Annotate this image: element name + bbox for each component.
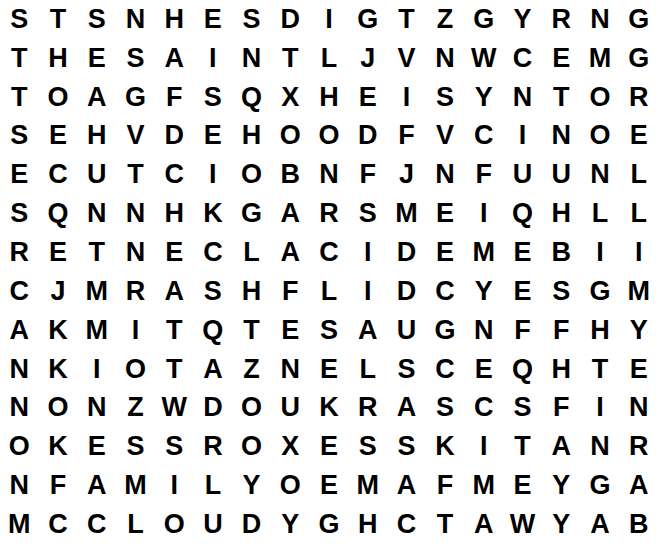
grid-cell-r4c4[interactable]: V (116, 117, 155, 156)
grid-cell-r8c7[interactable]: H (232, 272, 271, 311)
grid-cell-r7c8[interactable]: A (271, 233, 310, 272)
grid-cell-r4c1[interactable]: S (0, 117, 39, 156)
grid-cell-r13c3[interactable]: A (77, 466, 116, 505)
grid-cell-r14c10[interactable]: H (348, 505, 387, 544)
grid-cell-r6c10[interactable]: S (348, 194, 387, 233)
grid-cell-r12c11[interactable]: S (387, 427, 426, 466)
grid-cell-r13c1[interactable]: N (0, 466, 39, 505)
grid-cell-r14c8[interactable]: Y (271, 505, 310, 544)
grid-cell-r12c2[interactable]: K (39, 427, 78, 466)
grid-cell-r14c17[interactable]: B (619, 505, 658, 544)
grid-cell-r6c11[interactable]: M (387, 194, 426, 233)
grid-cell-r9c10[interactable]: A (348, 311, 387, 350)
grid-cell-r10c3[interactable]: I (77, 350, 116, 389)
grid-cell-r8c6[interactable]: S (194, 272, 233, 311)
grid-cell-r4c16[interactable]: O (581, 117, 620, 156)
grid-cell-r14c3[interactable]: C (77, 505, 116, 544)
grid-cell-r5c1[interactable]: E (0, 155, 39, 194)
grid-cell-r11c15[interactable]: F (542, 389, 581, 428)
word-search-grid: STSNHESDIGTZGYRNGTHESAINTLJVNWCEMGTOAGFS… (0, 0, 658, 544)
grid-cell-r13c16[interactable]: G (581, 466, 620, 505)
grid-cell-r10c17[interactable]: E (619, 350, 658, 389)
grid-cell-r9c14[interactable]: F (503, 311, 542, 350)
grid-cell-r7c10[interactable]: I (348, 233, 387, 272)
grid-cell-r4c10[interactable]: D (348, 117, 387, 156)
grid-cell-r6c7[interactable]: G (232, 194, 271, 233)
grid-cell-r7c4[interactable]: N (116, 233, 155, 272)
grid-cell-r8c12[interactable]: C (426, 272, 465, 311)
grid-cell-r8c10[interactable]: I (348, 272, 387, 311)
grid-cell-r14c12[interactable]: T (426, 505, 465, 544)
grid-cell-r11c16[interactable]: I (581, 389, 620, 428)
grid-cell-r14c2[interactable]: C (39, 505, 78, 544)
grid-cell-r8c4[interactable]: R (116, 272, 155, 311)
grid-cell-r8c16[interactable]: G (581, 272, 620, 311)
grid-cell-r13c9[interactable]: E (310, 466, 349, 505)
grid-cell-r11c8[interactable]: U (271, 389, 310, 428)
grid-cell-r13c12[interactable]: F (426, 466, 465, 505)
grid-cell-r7c6[interactable]: C (194, 233, 233, 272)
grid-cell-r4c17[interactable]: E (619, 117, 658, 156)
grid-cell-r13c7[interactable]: Y (232, 466, 271, 505)
grid-cell-r10c15[interactable]: H (542, 350, 581, 389)
grid-cell-r5c17[interactable]: L (619, 155, 658, 194)
grid-cell-r9c6[interactable]: Q (194, 311, 233, 350)
grid-cell-r5c15[interactable]: U (542, 155, 581, 194)
grid-cell-r11c3[interactable]: N (77, 389, 116, 428)
grid-cell-r3c11[interactable]: I (387, 78, 426, 117)
grid-cell-r10c1[interactable]: N (0, 350, 39, 389)
grid-cell-r11c13[interactable]: C (464, 389, 503, 428)
grid-cell-r12c4[interactable]: S (116, 427, 155, 466)
grid-cell-r2c1[interactable]: T (0, 39, 39, 78)
grid-cell-r7c1[interactable]: R (0, 233, 39, 272)
grid-cell-r12c1[interactable]: O (0, 427, 39, 466)
grid-cell-r8c17[interactable]: M (619, 272, 658, 311)
grid-cell-r13c5[interactable]: I (155, 466, 194, 505)
grid-cell-r6c15[interactable]: H (542, 194, 581, 233)
grid-cell-r9c9[interactable]: S (310, 311, 349, 350)
grid-cell-r11c10[interactable]: R (348, 389, 387, 428)
grid-cell-r1c3[interactable]: S (77, 0, 116, 39)
grid-cell-r14c1[interactable]: M (0, 505, 39, 544)
grid-cell-r6c1[interactable]: S (0, 194, 39, 233)
grid-cell-r3c8[interactable]: X (271, 78, 310, 117)
grid-cell-r2c14[interactable]: C (503, 39, 542, 78)
grid-cell-r2c15[interactable]: E (542, 39, 581, 78)
grid-cell-r12c7[interactable]: O (232, 427, 271, 466)
grid-cell-r9c2[interactable]: K (39, 311, 78, 350)
grid-cell-r3c9[interactable]: H (310, 78, 349, 117)
grid-cell-r14c5[interactable]: O (155, 505, 194, 544)
grid-cell-r2c11[interactable]: V (387, 39, 426, 78)
grid-cell-r13c4[interactable]: M (116, 466, 155, 505)
grid-cell-r10c16[interactable]: T (581, 350, 620, 389)
grid-cell-r4c12[interactable]: V (426, 117, 465, 156)
grid-cell-r4c6[interactable]: E (194, 117, 233, 156)
grid-cell-r3c3[interactable]: A (77, 78, 116, 117)
grid-cell-r3c7[interactable]: Q (232, 78, 271, 117)
grid-cell-r12c17[interactable]: R (619, 427, 658, 466)
grid-cell-r11c12[interactable]: S (426, 389, 465, 428)
grid-cell-r7c15[interactable]: B (542, 233, 581, 272)
grid-cell-r5c13[interactable]: F (464, 155, 503, 194)
grid-cell-r6c12[interactable]: E (426, 194, 465, 233)
grid-cell-r3c13[interactable]: Y (464, 78, 503, 117)
grid-cell-r9c3[interactable]: M (77, 311, 116, 350)
grid-cell-r3c15[interactable]: T (542, 78, 581, 117)
grid-cell-r10c10[interactable]: L (348, 350, 387, 389)
grid-cell-r2c10[interactable]: J (348, 39, 387, 78)
grid-cell-r7c17[interactable]: I (619, 233, 658, 272)
grid-cell-r13c17[interactable]: A (619, 466, 658, 505)
grid-cell-r6c4[interactable]: N (116, 194, 155, 233)
grid-cell-r2c7[interactable]: N (232, 39, 271, 78)
grid-cell-r10c14[interactable]: Q (503, 350, 542, 389)
grid-cell-r11c9[interactable]: K (310, 389, 349, 428)
grid-cell-r14c13[interactable]: A (464, 505, 503, 544)
grid-cell-r13c10[interactable]: M (348, 466, 387, 505)
grid-cell-r11c5[interactable]: W (155, 389, 194, 428)
grid-cell-r1c6[interactable]: E (194, 0, 233, 39)
grid-cell-r2c13[interactable]: W (464, 39, 503, 78)
grid-cell-r14c16[interactable]: A (581, 505, 620, 544)
grid-cell-r2c5[interactable]: A (155, 39, 194, 78)
grid-cell-r3c1[interactable]: T (0, 78, 39, 117)
grid-cell-r13c8[interactable]: O (271, 466, 310, 505)
grid-cell-r7c16[interactable]: I (581, 233, 620, 272)
grid-cell-r1c12[interactable]: Z (426, 0, 465, 39)
grid-cell-r4c14[interactable]: I (503, 117, 542, 156)
grid-cell-r13c14[interactable]: E (503, 466, 542, 505)
grid-cell-r2c12[interactable]: N (426, 39, 465, 78)
grid-cell-r6c5[interactable]: H (155, 194, 194, 233)
grid-cell-r5c8[interactable]: B (271, 155, 310, 194)
grid-cell-r5c14[interactable]: U (503, 155, 542, 194)
grid-cell-r4c15[interactable]: N (542, 117, 581, 156)
grid-cell-r5c3[interactable]: U (77, 155, 116, 194)
grid-cell-r12c9[interactable]: E (310, 427, 349, 466)
grid-cell-r10c5[interactable]: T (155, 350, 194, 389)
grid-cell-r6c3[interactable]: N (77, 194, 116, 233)
grid-cell-r1c15[interactable]: R (542, 0, 581, 39)
grid-cell-r5c7[interactable]: O (232, 155, 271, 194)
grid-cell-r2c9[interactable]: L (310, 39, 349, 78)
grid-cell-r9c8[interactable]: E (271, 311, 310, 350)
grid-cell-r10c12[interactable]: C (426, 350, 465, 389)
grid-cell-r1c2[interactable]: T (39, 0, 78, 39)
grid-cell-r11c1[interactable]: N (0, 389, 39, 428)
grid-cell-r9c4[interactable]: I (116, 311, 155, 350)
grid-cell-r13c2[interactable]: F (39, 466, 78, 505)
grid-cell-r4c11[interactable]: F (387, 117, 426, 156)
grid-cell-r13c15[interactable]: Y (542, 466, 581, 505)
grid-cell-r4c3[interactable]: H (77, 117, 116, 156)
grid-cell-r8c1[interactable]: C (0, 272, 39, 311)
grid-cell-r4c13[interactable]: C (464, 117, 503, 156)
grid-cell-r8c14[interactable]: E (503, 272, 542, 311)
grid-cell-r11c7[interactable]: O (232, 389, 271, 428)
grid-cell-r1c7[interactable]: S (232, 0, 271, 39)
grid-cell-r14c14[interactable]: W (503, 505, 542, 544)
grid-cell-r14c7[interactable]: D (232, 505, 271, 544)
grid-cell-r3c2[interactable]: O (39, 78, 78, 117)
grid-cell-r3c12[interactable]: S (426, 78, 465, 117)
grid-cell-r12c6[interactable]: R (194, 427, 233, 466)
grid-cell-r9c16[interactable]: H (581, 311, 620, 350)
grid-cell-r10c9[interactable]: E (310, 350, 349, 389)
grid-cell-r8c2[interactable]: J (39, 272, 78, 311)
grid-cell-r9c15[interactable]: F (542, 311, 581, 350)
grid-cell-r9c12[interactable]: G (426, 311, 465, 350)
grid-cell-r7c5[interactable]: E (155, 233, 194, 272)
grid-cell-r3c5[interactable]: F (155, 78, 194, 117)
grid-cell-r11c14[interactable]: S (503, 389, 542, 428)
grid-cell-r1c11[interactable]: T (387, 0, 426, 39)
grid-cell-r1c13[interactable]: G (464, 0, 503, 39)
grid-cell-r1c4[interactable]: N (116, 0, 155, 39)
grid-cell-r7c13[interactable]: M (464, 233, 503, 272)
grid-cell-r5c16[interactable]: N (581, 155, 620, 194)
grid-cell-r12c3[interactable]: E (77, 427, 116, 466)
grid-cell-r12c13[interactable]: I (464, 427, 503, 466)
grid-cell-r14c4[interactable]: L (116, 505, 155, 544)
grid-cell-r11c2[interactable]: O (39, 389, 78, 428)
grid-cell-r6c9[interactable]: R (310, 194, 349, 233)
grid-cell-r13c13[interactable]: M (464, 466, 503, 505)
grid-cell-r6c8[interactable]: A (271, 194, 310, 233)
grid-cell-r14c15[interactable]: Y (542, 505, 581, 544)
grid-cell-r5c9[interactable]: N (310, 155, 349, 194)
grid-cell-r6c13[interactable]: I (464, 194, 503, 233)
grid-cell-r1c5[interactable]: H (155, 0, 194, 39)
grid-cell-r2c3[interactable]: E (77, 39, 116, 78)
grid-cell-r5c6[interactable]: I (194, 155, 233, 194)
grid-cell-r13c6[interactable]: L (194, 466, 233, 505)
grid-cell-r10c8[interactable]: N (271, 350, 310, 389)
grid-cell-r9c13[interactable]: N (464, 311, 503, 350)
grid-cell-r8c5[interactable]: A (155, 272, 194, 311)
grid-cell-r1c8[interactable]: D (271, 0, 310, 39)
grid-cell-r8c11[interactable]: D (387, 272, 426, 311)
grid-cell-r7c14[interactable]: E (503, 233, 542, 272)
grid-cell-r3c6[interactable]: S (194, 78, 233, 117)
grid-cell-r4c5[interactable]: D (155, 117, 194, 156)
grid-cell-r4c9[interactable]: O (310, 117, 349, 156)
grid-cell-r1c17[interactable]: G (619, 0, 658, 39)
grid-cell-r11c4[interactable]: Z (116, 389, 155, 428)
grid-cell-r7c7[interactable]: L (232, 233, 271, 272)
grid-cell-r12c8[interactable]: X (271, 427, 310, 466)
grid-cell-r10c6[interactable]: A (194, 350, 233, 389)
grid-cell-r1c1[interactable]: S (0, 0, 39, 39)
grid-cell-r4c8[interactable]: O (271, 117, 310, 156)
grid-cell-r2c16[interactable]: M (581, 39, 620, 78)
grid-cell-r8c15[interactable]: S (542, 272, 581, 311)
grid-cell-r6c17[interactable]: L (619, 194, 658, 233)
grid-cell-r9c1[interactable]: A (0, 311, 39, 350)
grid-cell-r14c6[interactable]: U (194, 505, 233, 544)
grid-cell-r8c3[interactable]: M (77, 272, 116, 311)
grid-cell-r13c11[interactable]: A (387, 466, 426, 505)
grid-cell-r12c15[interactable]: A (542, 427, 581, 466)
grid-cell-r5c5[interactable]: C (155, 155, 194, 194)
grid-cell-r5c10[interactable]: F (348, 155, 387, 194)
grid-cell-r2c6[interactable]: I (194, 39, 233, 78)
grid-cell-r3c16[interactable]: O (581, 78, 620, 117)
grid-cell-r12c14[interactable]: T (503, 427, 542, 466)
grid-cell-r8c13[interactable]: Y (464, 272, 503, 311)
grid-cell-r9c5[interactable]: T (155, 311, 194, 350)
grid-cell-r11c11[interactable]: A (387, 389, 426, 428)
grid-cell-r3c4[interactable]: G (116, 78, 155, 117)
grid-cell-r14c9[interactable]: G (310, 505, 349, 544)
grid-cell-r3c10[interactable]: E (348, 78, 387, 117)
grid-cell-r5c4[interactable]: T (116, 155, 155, 194)
grid-cell-r9c17[interactable]: Y (619, 311, 658, 350)
grid-cell-r12c12[interactable]: K (426, 427, 465, 466)
grid-cell-r8c8[interactable]: F (271, 272, 310, 311)
grid-cell-r3c17[interactable]: R (619, 78, 658, 117)
grid-cell-r6c16[interactable]: L (581, 194, 620, 233)
grid-cell-r12c10[interactable]: S (348, 427, 387, 466)
grid-cell-r2c2[interactable]: H (39, 39, 78, 78)
grid-cell-r5c12[interactable]: N (426, 155, 465, 194)
grid-cell-r7c12[interactable]: E (426, 233, 465, 272)
grid-cell-r11c6[interactable]: D (194, 389, 233, 428)
grid-cell-r7c11[interactable]: D (387, 233, 426, 272)
grid-cell-r2c4[interactable]: S (116, 39, 155, 78)
grid-cell-r7c9[interactable]: C (310, 233, 349, 272)
grid-cell-r1c9[interactable]: I (310, 0, 349, 39)
grid-cell-r6c2[interactable]: Q (39, 194, 78, 233)
grid-cell-r10c7[interactable]: Z (232, 350, 271, 389)
grid-cell-r4c2[interactable]: E (39, 117, 78, 156)
grid-cell-r7c2[interactable]: E (39, 233, 78, 272)
grid-cell-r8c9[interactable]: L (310, 272, 349, 311)
grid-cell-r7c3[interactable]: T (77, 233, 116, 272)
grid-cell-r6c14[interactable]: Q (503, 194, 542, 233)
grid-cell-r9c11[interactable]: U (387, 311, 426, 350)
grid-cell-r12c16[interactable]: N (581, 427, 620, 466)
grid-cell-r11c17[interactable]: N (619, 389, 658, 428)
grid-cell-r12c5[interactable]: S (155, 427, 194, 466)
grid-cell-r5c11[interactable]: J (387, 155, 426, 194)
grid-cell-r1c16[interactable]: N (581, 0, 620, 39)
grid-cell-r4c7[interactable]: H (232, 117, 271, 156)
grid-cell-r5c2[interactable]: C (39, 155, 78, 194)
grid-cell-r9c7[interactable]: T (232, 311, 271, 350)
grid-cell-r1c14[interactable]: Y (503, 0, 542, 39)
grid-cell-r2c17[interactable]: G (619, 39, 658, 78)
grid-cell-r3c14[interactable]: N (503, 78, 542, 117)
grid-cell-r2c8[interactable]: T (271, 39, 310, 78)
grid-cell-r10c13[interactable]: E (464, 350, 503, 389)
grid-cell-r10c4[interactable]: O (116, 350, 155, 389)
grid-cell-r1c10[interactable]: G (348, 0, 387, 39)
grid-cell-r14c11[interactable]: C (387, 505, 426, 544)
grid-cell-r6c6[interactable]: K (194, 194, 233, 233)
grid-cell-r10c11[interactable]: S (387, 350, 426, 389)
grid-cell-r10c2[interactable]: K (39, 350, 78, 389)
